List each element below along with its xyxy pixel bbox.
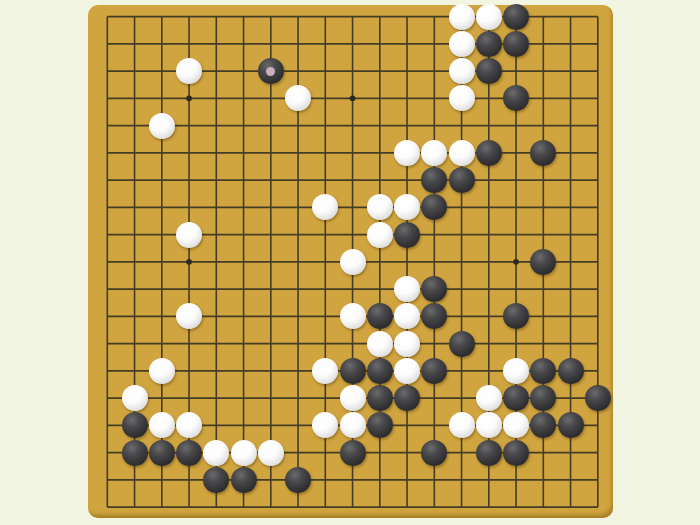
board-intersection[interactable] — [284, 385, 311, 412]
board-intersection[interactable] — [584, 58, 611, 85]
board-intersection[interactable] — [421, 30, 448, 57]
board-intersection[interactable] — [175, 167, 202, 194]
board-intersection[interactable] — [339, 276, 366, 303]
board-intersection[interactable] — [257, 466, 284, 493]
board-intersection[interactable] — [121, 248, 148, 275]
board-intersection[interactable] — [448, 466, 475, 493]
board-intersection[interactable] — [421, 439, 448, 466]
board-intersection[interactable] — [502, 439, 529, 466]
board-intersection[interactable] — [475, 276, 502, 303]
board-intersection[interactable] — [203, 494, 230, 521]
board-intersection[interactable] — [502, 330, 529, 357]
board-intersection[interactable] — [475, 466, 502, 493]
board-intersection[interactable] — [502, 30, 529, 57]
board-intersection[interactable] — [393, 303, 420, 330]
board-intersection[interactable] — [175, 385, 202, 412]
board-intersection[interactable] — [393, 494, 420, 521]
board-intersection[interactable] — [530, 85, 557, 112]
board-intersection[interactable] — [230, 167, 257, 194]
board-intersection[interactable] — [557, 194, 584, 221]
board-intersection[interactable] — [175, 85, 202, 112]
board-intersection[interactable] — [393, 466, 420, 493]
board-intersection[interactable] — [203, 357, 230, 384]
board-intersection[interactable] — [312, 385, 339, 412]
board-intersection[interactable] — [284, 303, 311, 330]
board-intersection[interactable] — [584, 112, 611, 139]
board-intersection[interactable] — [148, 58, 175, 85]
board-intersection[interactable] — [584, 30, 611, 57]
board-intersection[interactable] — [502, 167, 529, 194]
board-intersection[interactable] — [175, 276, 202, 303]
board-intersection[interactable] — [366, 439, 393, 466]
board-intersection[interactable] — [530, 357, 557, 384]
board-intersection[interactable] — [257, 385, 284, 412]
board-intersection[interactable] — [284, 439, 311, 466]
board-intersection[interactable] — [284, 330, 311, 357]
board-intersection[interactable] — [475, 385, 502, 412]
board-intersection[interactable] — [148, 276, 175, 303]
board-intersection[interactable] — [257, 85, 284, 112]
board-intersection[interactable] — [94, 3, 121, 30]
board-intersection[interactable] — [175, 194, 202, 221]
board-intersection[interactable] — [448, 30, 475, 57]
board-intersection[interactable] — [94, 385, 121, 412]
board-intersection[interactable] — [94, 412, 121, 439]
board-intersection[interactable] — [421, 276, 448, 303]
board-intersection[interactable] — [530, 112, 557, 139]
board-intersection[interactable] — [584, 221, 611, 248]
board-intersection[interactable] — [530, 248, 557, 275]
board-intersection[interactable] — [257, 303, 284, 330]
board-intersection[interactable] — [284, 112, 311, 139]
board-intersection[interactable] — [366, 248, 393, 275]
board-intersection[interactable] — [121, 112, 148, 139]
board-intersection[interactable] — [257, 112, 284, 139]
board-intersection[interactable] — [175, 330, 202, 357]
board-intersection[interactable] — [530, 58, 557, 85]
board-intersection[interactable] — [421, 412, 448, 439]
board-intersection[interactable] — [366, 58, 393, 85]
board-intersection[interactable] — [121, 139, 148, 166]
board-intersection[interactable] — [475, 248, 502, 275]
board-intersection[interactable] — [257, 194, 284, 221]
board-intersection[interactable] — [121, 167, 148, 194]
board-intersection[interactable] — [121, 3, 148, 30]
board-intersection[interactable] — [366, 30, 393, 57]
board-intersection[interactable] — [203, 112, 230, 139]
board-intersection[interactable] — [203, 221, 230, 248]
board-intersection[interactable] — [257, 3, 284, 30]
board-intersection[interactable] — [339, 30, 366, 57]
board-intersection[interactable] — [366, 112, 393, 139]
board-intersection[interactable] — [339, 357, 366, 384]
board-intersection[interactable] — [557, 439, 584, 466]
board-intersection[interactable] — [121, 85, 148, 112]
board-intersection[interactable] — [94, 494, 121, 521]
board-intersection[interactable] — [230, 385, 257, 412]
board-intersection[interactable] — [284, 167, 311, 194]
board-intersection[interactable] — [421, 139, 448, 166]
board-intersection[interactable] — [393, 357, 420, 384]
board-intersection[interactable] — [502, 357, 529, 384]
board-intersection[interactable] — [121, 30, 148, 57]
board-intersection[interactable] — [230, 30, 257, 57]
board-intersection[interactable] — [584, 3, 611, 30]
board-intersection[interactable] — [284, 412, 311, 439]
board-intersection[interactable] — [530, 412, 557, 439]
board-intersection[interactable] — [421, 494, 448, 521]
board-intersection[interactable] — [339, 3, 366, 30]
board-intersection[interactable] — [475, 139, 502, 166]
board-intersection[interactable] — [148, 494, 175, 521]
board-intersection[interactable] — [148, 412, 175, 439]
board-intersection[interactable] — [312, 412, 339, 439]
board-intersection[interactable] — [339, 412, 366, 439]
board-intersection[interactable] — [148, 112, 175, 139]
board-intersection[interactable] — [530, 194, 557, 221]
board-intersection[interactable] — [175, 412, 202, 439]
board-intersection[interactable] — [94, 194, 121, 221]
board-intersection[interactable] — [475, 221, 502, 248]
board-intersection[interactable] — [393, 85, 420, 112]
board-intersection[interactable] — [475, 357, 502, 384]
board-intersection[interactable] — [148, 85, 175, 112]
board-intersection[interactable] — [421, 112, 448, 139]
board-intersection[interactable] — [502, 58, 529, 85]
board-intersection[interactable] — [175, 112, 202, 139]
board-intersection[interactable] — [557, 112, 584, 139]
board-intersection[interactable] — [312, 139, 339, 166]
board-intersection[interactable] — [502, 494, 529, 521]
board-intersection[interactable] — [584, 412, 611, 439]
board-intersection[interactable] — [148, 330, 175, 357]
board-intersection[interactable] — [393, 167, 420, 194]
board-intersection[interactable] — [175, 494, 202, 521]
board-intersection[interactable] — [584, 385, 611, 412]
board-intersection[interactable] — [312, 466, 339, 493]
board-intersection[interactable] — [175, 221, 202, 248]
board-intersection[interactable] — [502, 221, 529, 248]
board-intersection[interactable] — [502, 85, 529, 112]
board-intersection[interactable] — [148, 167, 175, 194]
board-intersection[interactable] — [230, 221, 257, 248]
board-intersection[interactable] — [312, 221, 339, 248]
board-intersection[interactable] — [502, 412, 529, 439]
board-intersection[interactable] — [448, 276, 475, 303]
board-intersection[interactable] — [557, 385, 584, 412]
board-intersection[interactable] — [557, 248, 584, 275]
board-intersection[interactable] — [421, 85, 448, 112]
board-intersection[interactable] — [148, 139, 175, 166]
board-intersection[interactable] — [584, 85, 611, 112]
board-intersection[interactable] — [557, 303, 584, 330]
board-intersection[interactable] — [175, 303, 202, 330]
board-intersection[interactable] — [94, 303, 121, 330]
board-intersection[interactable] — [148, 248, 175, 275]
board-intersection[interactable] — [203, 412, 230, 439]
board-intersection[interactable] — [502, 248, 529, 275]
board-intersection[interactable] — [148, 385, 175, 412]
board-intersection[interactable] — [94, 167, 121, 194]
board-intersection[interactable] — [94, 276, 121, 303]
board-intersection[interactable] — [448, 167, 475, 194]
board-intersection[interactable] — [94, 221, 121, 248]
board-intersection[interactable] — [448, 194, 475, 221]
board-intersection[interactable] — [203, 466, 230, 493]
board-intersection[interactable] — [557, 30, 584, 57]
board-intersection[interactable] — [421, 248, 448, 275]
board-intersection[interactable] — [203, 139, 230, 166]
board-intersection[interactable] — [312, 112, 339, 139]
board-intersection[interactable] — [557, 167, 584, 194]
board-intersection[interactable] — [284, 85, 311, 112]
board-intersection[interactable] — [393, 439, 420, 466]
board-intersection[interactable] — [557, 85, 584, 112]
board-intersection[interactable] — [203, 303, 230, 330]
board-intersection[interactable] — [557, 3, 584, 30]
board-intersection[interactable] — [257, 494, 284, 521]
board-intersection[interactable] — [175, 58, 202, 85]
board-intersection[interactable] — [230, 466, 257, 493]
board-intersection[interactable] — [148, 221, 175, 248]
board-intersection[interactable] — [257, 276, 284, 303]
board-intersection[interactable] — [257, 30, 284, 57]
board-intersection[interactable] — [339, 194, 366, 221]
board-intersection[interactable] — [284, 3, 311, 30]
board-intersection[interactable] — [203, 385, 230, 412]
board-intersection[interactable] — [175, 139, 202, 166]
board-intersection[interactable] — [203, 3, 230, 30]
board-intersection[interactable] — [393, 3, 420, 30]
board-intersection[interactable] — [421, 221, 448, 248]
board-intersection[interactable] — [339, 248, 366, 275]
board-intersection[interactable] — [312, 167, 339, 194]
board-intersection[interactable] — [284, 30, 311, 57]
board-intersection[interactable] — [448, 221, 475, 248]
board-intersection[interactable] — [366, 276, 393, 303]
board-intersection[interactable] — [584, 494, 611, 521]
board-intersection[interactable] — [312, 58, 339, 85]
board-intersection[interactable] — [230, 439, 257, 466]
board-intersection[interactable] — [393, 112, 420, 139]
board-intersection[interactable] — [448, 385, 475, 412]
board-intersection[interactable] — [530, 385, 557, 412]
board-intersection[interactable] — [584, 167, 611, 194]
board-intersection[interactable] — [502, 385, 529, 412]
board-intersection[interactable] — [475, 85, 502, 112]
board-intersection[interactable] — [448, 139, 475, 166]
board-intersection[interactable] — [502, 303, 529, 330]
board-intersection[interactable] — [121, 303, 148, 330]
board-intersection[interactable] — [448, 439, 475, 466]
board-intersection[interactable] — [421, 3, 448, 30]
board-intersection[interactable] — [148, 3, 175, 30]
board-intersection[interactable] — [339, 58, 366, 85]
board-intersection[interactable] — [284, 221, 311, 248]
board-intersection[interactable] — [148, 194, 175, 221]
board-intersection[interactable] — [393, 330, 420, 357]
board-intersection[interactable] — [175, 466, 202, 493]
board-intersection[interactable] — [148, 303, 175, 330]
board-intersection[interactable] — [421, 303, 448, 330]
board-intersection[interactable] — [175, 439, 202, 466]
board-intersection[interactable] — [448, 494, 475, 521]
board-intersection[interactable] — [312, 3, 339, 30]
board-intersection[interactable] — [312, 494, 339, 521]
board-intersection[interactable] — [584, 248, 611, 275]
board-intersection[interactable] — [175, 3, 202, 30]
board-intersection[interactable] — [230, 276, 257, 303]
board-intersection[interactable] — [339, 139, 366, 166]
board-intersection[interactable] — [312, 357, 339, 384]
board-intersection[interactable] — [203, 194, 230, 221]
board-intersection[interactable] — [557, 494, 584, 521]
board-intersection[interactable] — [366, 466, 393, 493]
board-intersection[interactable] — [475, 30, 502, 57]
board-intersection[interactable] — [475, 3, 502, 30]
board-intersection[interactable] — [339, 466, 366, 493]
board-intersection[interactable] — [203, 167, 230, 194]
board-intersection[interactable] — [530, 466, 557, 493]
board-intersection[interactable] — [230, 330, 257, 357]
board-intersection[interactable] — [557, 276, 584, 303]
board-intersection[interactable] — [584, 276, 611, 303]
board-intersection[interactable] — [421, 167, 448, 194]
board-intersection[interactable] — [148, 30, 175, 57]
board-intersection[interactable] — [312, 439, 339, 466]
board-intersection[interactable] — [121, 494, 148, 521]
board-intersection[interactable] — [121, 194, 148, 221]
board-intersection[interactable] — [94, 58, 121, 85]
board-intersection[interactable] — [257, 412, 284, 439]
board-intersection[interactable] — [230, 303, 257, 330]
board-intersection[interactable] — [284, 194, 311, 221]
board-intersection[interactable] — [203, 276, 230, 303]
board-intersection[interactable] — [175, 30, 202, 57]
board-intersection[interactable] — [366, 194, 393, 221]
board-intersection[interactable] — [584, 357, 611, 384]
board-intersection[interactable] — [448, 412, 475, 439]
board-intersection[interactable] — [312, 303, 339, 330]
board-intersection[interactable] — [584, 330, 611, 357]
board-intersection[interactable] — [530, 330, 557, 357]
board-intersection[interactable] — [284, 466, 311, 493]
board-intersection[interactable] — [94, 330, 121, 357]
board-intersection[interactable] — [366, 221, 393, 248]
board-intersection[interactable] — [557, 221, 584, 248]
board-intersection[interactable] — [366, 330, 393, 357]
board-intersection[interactable] — [557, 58, 584, 85]
board-intersection[interactable] — [339, 85, 366, 112]
board-intersection[interactable] — [393, 139, 420, 166]
board-intersection[interactable] — [94, 439, 121, 466]
board-intersection[interactable] — [475, 303, 502, 330]
board-intersection[interactable] — [557, 139, 584, 166]
board-intersection[interactable] — [339, 385, 366, 412]
board-intersection[interactable] — [339, 439, 366, 466]
board-intersection[interactable] — [312, 30, 339, 57]
board-intersection[interactable] — [530, 221, 557, 248]
board-intersection[interactable] — [203, 248, 230, 275]
board-intersection[interactable] — [175, 357, 202, 384]
board-intersection[interactable] — [94, 30, 121, 57]
board-intersection[interactable] — [339, 494, 366, 521]
board-intersection[interactable] — [502, 3, 529, 30]
board-intersection[interactable] — [393, 30, 420, 57]
board-intersection[interactable] — [448, 112, 475, 139]
board-intersection[interactable] — [284, 139, 311, 166]
board-intersection[interactable] — [366, 412, 393, 439]
board-intersection[interactable] — [393, 412, 420, 439]
board-intersection[interactable] — [121, 58, 148, 85]
board-intersection[interactable] — [339, 330, 366, 357]
board-intersection[interactable] — [584, 439, 611, 466]
board-intersection[interactable] — [121, 439, 148, 466]
board-intersection[interactable] — [584, 303, 611, 330]
board-intersection[interactable] — [230, 248, 257, 275]
board-intersection[interactable] — [475, 330, 502, 357]
board-intersection[interactable] — [557, 466, 584, 493]
board-intersection[interactable] — [312, 276, 339, 303]
board-intersection[interactable] — [421, 385, 448, 412]
board-intersection[interactable] — [393, 194, 420, 221]
board-intersection[interactable] — [257, 58, 284, 85]
board-intersection[interactable] — [475, 194, 502, 221]
board-intersection[interactable] — [530, 167, 557, 194]
board-intersection[interactable] — [230, 85, 257, 112]
board-intersection[interactable] — [230, 139, 257, 166]
board-intersection[interactable] — [94, 112, 121, 139]
board-intersection[interactable] — [530, 303, 557, 330]
board-intersection[interactable] — [502, 112, 529, 139]
board-intersection[interactable] — [584, 139, 611, 166]
board-intersection[interactable] — [284, 276, 311, 303]
board-intersection[interactable] — [530, 30, 557, 57]
board-intersection[interactable] — [230, 494, 257, 521]
board-intersection[interactable] — [312, 85, 339, 112]
board-intersection[interactable] — [393, 221, 420, 248]
board-intersection[interactable] — [230, 357, 257, 384]
board-intersection[interactable] — [475, 58, 502, 85]
board-intersection[interactable] — [421, 58, 448, 85]
board-intersection[interactable] — [584, 194, 611, 221]
board-intersection[interactable] — [448, 357, 475, 384]
board-intersection[interactable] — [121, 357, 148, 384]
board-intersection[interactable] — [421, 466, 448, 493]
board-intersection[interactable] — [203, 85, 230, 112]
board-intersection[interactable] — [257, 139, 284, 166]
board-intersection[interactable] — [393, 248, 420, 275]
board-intersection[interactable] — [257, 439, 284, 466]
board-intersection[interactable] — [502, 466, 529, 493]
board-intersection[interactable] — [421, 357, 448, 384]
board-intersection[interactable] — [421, 330, 448, 357]
board-intersection[interactable] — [502, 276, 529, 303]
board-intersection[interactable] — [94, 85, 121, 112]
board-intersection[interactable] — [148, 466, 175, 493]
board-intersection[interactable] — [366, 357, 393, 384]
board-intersection[interactable] — [230, 412, 257, 439]
board-intersection[interactable] — [203, 30, 230, 57]
board-intersection[interactable] — [257, 221, 284, 248]
board-intersection[interactable] — [284, 58, 311, 85]
board-intersection[interactable] — [475, 494, 502, 521]
board-intersection[interactable] — [339, 112, 366, 139]
board-intersection[interactable] — [393, 58, 420, 85]
board-intersection[interactable] — [230, 194, 257, 221]
board-intersection[interactable] — [339, 221, 366, 248]
board-intersection[interactable] — [312, 248, 339, 275]
